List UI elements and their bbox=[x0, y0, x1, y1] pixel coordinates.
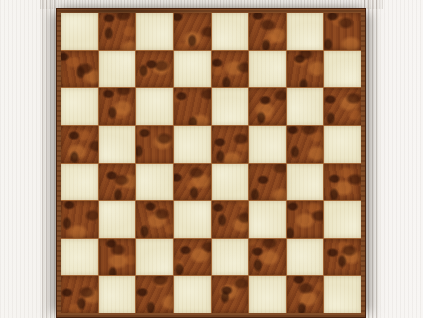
square-b7[interactable] bbox=[99, 51, 136, 88]
square-c1[interactable] bbox=[136, 276, 173, 313]
square-c6[interactable] bbox=[136, 88, 173, 125]
square-f5[interactable] bbox=[249, 126, 286, 163]
square-b6[interactable] bbox=[99, 88, 136, 125]
square-h6[interactable] bbox=[324, 88, 361, 125]
square-h4[interactable] bbox=[324, 164, 361, 201]
square-b4[interactable] bbox=[99, 164, 136, 201]
square-a6[interactable] bbox=[61, 88, 98, 125]
square-f7[interactable] bbox=[249, 51, 286, 88]
square-f3[interactable] bbox=[249, 201, 286, 238]
square-f4[interactable] bbox=[249, 164, 286, 201]
square-e5[interactable] bbox=[212, 126, 249, 163]
square-g3[interactable] bbox=[287, 201, 324, 238]
square-h8[interactable] bbox=[324, 13, 361, 50]
square-g2[interactable] bbox=[287, 239, 324, 276]
square-a3[interactable] bbox=[61, 201, 98, 238]
square-c3[interactable] bbox=[136, 201, 173, 238]
square-h3[interactable] bbox=[324, 201, 361, 238]
square-g5[interactable] bbox=[287, 126, 324, 163]
square-h5[interactable] bbox=[324, 126, 361, 163]
chess-board bbox=[56, 8, 366, 318]
square-c4[interactable] bbox=[136, 164, 173, 201]
square-e4[interactable] bbox=[212, 164, 249, 201]
square-b8[interactable] bbox=[99, 13, 136, 50]
square-f8[interactable] bbox=[249, 13, 286, 50]
square-e7[interactable] bbox=[212, 51, 249, 88]
square-e3[interactable] bbox=[212, 201, 249, 238]
square-c8[interactable] bbox=[136, 13, 173, 50]
square-b5[interactable] bbox=[99, 126, 136, 163]
square-c7[interactable] bbox=[136, 51, 173, 88]
square-d2[interactable] bbox=[174, 239, 211, 276]
square-d7[interactable] bbox=[174, 51, 211, 88]
square-g1[interactable] bbox=[287, 276, 324, 313]
square-e8[interactable] bbox=[212, 13, 249, 50]
square-g8[interactable] bbox=[287, 13, 324, 50]
square-b3[interactable] bbox=[99, 201, 136, 238]
square-d1[interactable] bbox=[174, 276, 211, 313]
square-a7[interactable] bbox=[61, 51, 98, 88]
square-f2[interactable] bbox=[249, 239, 286, 276]
square-b2[interactable] bbox=[99, 239, 136, 276]
square-a5[interactable] bbox=[61, 126, 98, 163]
square-a8[interactable] bbox=[61, 13, 98, 50]
square-e1[interactable] bbox=[212, 276, 249, 313]
table-surface bbox=[0, 0, 423, 318]
square-h2[interactable] bbox=[324, 239, 361, 276]
square-d8[interactable] bbox=[174, 13, 211, 50]
square-a4[interactable] bbox=[61, 164, 98, 201]
square-f1[interactable] bbox=[249, 276, 286, 313]
square-d4[interactable] bbox=[174, 164, 211, 201]
square-d6[interactable] bbox=[174, 88, 211, 125]
square-d5[interactable] bbox=[174, 126, 211, 163]
square-h7[interactable] bbox=[324, 51, 361, 88]
square-c2[interactable] bbox=[136, 239, 173, 276]
square-a1[interactable] bbox=[61, 276, 98, 313]
square-d3[interactable] bbox=[174, 201, 211, 238]
board-grid bbox=[61, 13, 361, 313]
square-g4[interactable] bbox=[287, 164, 324, 201]
square-f6[interactable] bbox=[249, 88, 286, 125]
square-g6[interactable] bbox=[287, 88, 324, 125]
square-h1[interactable] bbox=[324, 276, 361, 313]
square-c5[interactable] bbox=[136, 126, 173, 163]
square-b1[interactable] bbox=[99, 276, 136, 313]
square-a2[interactable] bbox=[61, 239, 98, 276]
wood-grain-right bbox=[364, 0, 380, 318]
square-e2[interactable] bbox=[212, 239, 249, 276]
square-g7[interactable] bbox=[287, 51, 324, 88]
square-e6[interactable] bbox=[212, 88, 249, 125]
